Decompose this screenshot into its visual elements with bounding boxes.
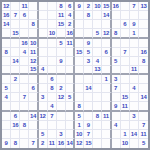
cell-r14c3[interactable]: 8 [20,121,29,130]
cell-r12c15[interactable] [130,102,139,111]
cell-r16c3[interactable] [20,139,29,148]
cell-r12c1[interactable] [2,102,11,111]
cell-r3c4[interactable]: 8 [29,20,38,29]
cell-r7c5[interactable] [39,57,48,66]
cell-r3c10[interactable] [84,20,93,29]
cell-r5c5[interactable] [39,39,48,48]
cell-r4c5[interactable] [39,29,48,38]
cell-r14c10[interactable]: 9 [84,121,93,130]
cell-r13c8[interactable] [66,112,75,121]
cell-r1c9[interactable]: 9 [75,2,84,11]
cell-r2c5[interactable] [39,11,48,20]
cell-r14c9[interactable]: 1 [75,121,84,130]
cell-r8c7[interactable] [57,66,66,75]
cell-r8c15[interactable]: 11 [130,66,139,75]
cell-r5c14[interactable] [121,39,130,48]
cell-r8c11[interactable]: 13 [93,66,102,75]
cell-r15c5[interactable]: 5 [39,130,48,139]
cell-r12c3[interactable] [20,102,29,111]
cell-r8c2[interactable] [11,66,20,75]
cell-r16c2[interactable]: 8 [11,139,20,148]
cell-r3c12[interactable] [102,20,111,29]
cell-r4c13[interactable]: 8 [112,29,121,38]
cell-r7c10[interactable]: 3 [84,57,93,66]
cell-r11c7[interactable]: 12 [57,93,66,102]
cell-r3c13[interactable] [112,20,121,29]
cell-r2c6[interactable] [48,11,57,20]
cell-r1c7[interactable]: 8 [57,2,66,11]
cell-r5c1[interactable] [2,39,11,48]
cell-r10c1[interactable]: 5 [2,84,11,93]
cell-r3c1[interactable]: 14 [2,20,11,29]
cell-r12c11[interactable] [93,102,102,111]
cell-r7c15[interactable] [130,57,139,66]
cell-r9c5[interactable] [39,75,48,84]
cell-r1c13[interactable]: 16 [112,2,121,11]
cell-r9c2[interactable]: 2 [11,75,20,84]
cell-r11c10[interactable] [84,93,93,102]
cell-r9c6[interactable]: 6 [48,75,57,84]
cell-r9c16[interactable] [139,75,148,84]
cell-r9c4[interactable] [29,75,38,84]
cell-r7c13[interactable]: 5 [112,57,121,66]
cell-r16c12[interactable] [102,139,111,148]
cell-r12c16[interactable] [139,102,148,111]
cell-r14c6[interactable] [48,121,57,130]
cell-r8c13[interactable] [112,66,121,75]
cell-r5c11[interactable] [93,39,102,48]
cell-r9c9[interactable] [75,75,84,84]
cell-r5c13[interactable] [112,39,121,48]
cell-r7c6[interactable] [48,57,57,66]
cell-r10c4[interactable]: 6 [29,84,38,93]
cell-r2c15[interactable] [130,11,139,20]
cell-r1c4[interactable] [29,2,38,11]
cell-r3c14[interactable]: 6 [121,20,130,29]
cell-r8c3[interactable] [20,66,29,75]
cell-r14c15[interactable] [130,121,139,130]
cell-r4c4[interactable] [29,29,38,38]
cell-r15c14[interactable]: 1 [121,130,130,139]
cell-r15c11[interactable] [93,130,102,139]
cell-r12c7[interactable] [57,102,66,111]
cell-r11c9[interactable] [75,93,84,102]
cell-r16c14[interactable]: 10 [121,139,130,148]
cell-r11c5[interactable]: 3 [39,93,48,102]
cell-r3c5[interactable] [39,20,48,29]
cell-r7c14[interactable] [121,57,130,66]
cell-r15c6[interactable] [48,130,57,139]
cell-r16c1[interactable]: 9 [2,139,11,148]
cell-r7c7[interactable]: 9 [57,57,66,66]
cell-r14c16[interactable]: 7 [139,121,148,130]
cell-r11c2[interactable] [11,93,20,102]
cell-r14c11[interactable] [93,121,102,130]
cell-r2c1[interactable]: 16 [2,11,11,20]
cell-r6c4[interactable]: 11 [29,48,38,57]
cell-r1c11[interactable]: 10 [93,2,102,11]
cell-r10c15[interactable]: 4 [130,84,139,93]
cell-r4c16[interactable] [139,29,148,38]
cell-r14c1[interactable] [2,121,11,130]
cell-r4c6[interactable]: 10 [48,29,57,38]
cell-r6c14[interactable]: 7 [121,48,130,57]
cell-r1c14[interactable] [121,2,130,11]
cell-r3c2[interactable] [11,20,20,29]
cell-r2c2[interactable]: 7 [11,11,20,20]
cell-r6c10[interactable]: 5 [84,48,93,57]
cell-r9c12[interactable]: 1 [102,75,111,84]
cell-r8c16[interactable] [139,66,148,75]
cell-r6c9[interactable]: 15 [75,48,84,57]
cell-r16c15[interactable] [130,139,139,148]
cell-r10c8[interactable] [66,84,75,93]
cell-r13c3[interactable] [20,112,29,121]
cell-r11c1[interactable]: 4 [2,93,11,102]
cell-r2c3[interactable]: 6 [20,11,29,20]
cell-r7c3[interactable] [20,57,29,66]
cell-r12c6[interactable]: 4 [48,102,57,111]
cell-r10c16[interactable] [139,84,148,93]
cell-r12c8[interactable] [66,102,75,111]
cell-r11c8[interactable]: 5 [66,93,75,102]
cell-r2c9[interactable] [75,11,84,20]
cell-r4c3[interactable] [20,29,29,38]
cell-r10c10[interactable]: 14 [84,84,93,93]
cell-r11c15[interactable] [130,93,139,102]
cell-r11c16[interactable]: 14 [139,93,148,102]
cell-r3c15[interactable]: 9 [130,20,139,29]
cell-r13c7[interactable] [57,112,66,121]
cell-r1c16[interactable]: 13 [139,2,148,11]
cell-r4c9[interactable] [75,29,84,38]
cell-r5c4[interactable]: 10 [29,39,38,48]
cell-r10c14[interactable] [121,84,130,93]
cell-r16c11[interactable] [93,139,102,148]
cell-r13c12[interactable]: 11 [102,112,111,121]
cell-r9c11[interactable] [93,75,102,84]
cell-r3c11[interactable] [93,20,102,29]
cell-r1c8[interactable]: 6 [66,2,75,11]
cell-r14c4[interactable] [29,121,38,130]
cell-r4c8[interactable]: 16 [66,29,75,38]
cell-r6c11[interactable] [93,48,102,57]
cell-r5c12[interactable] [102,39,111,48]
cell-r2c12[interactable]: 14 [102,11,111,20]
cell-r11c14[interactable]: 15 [121,93,130,102]
cell-r14c7[interactable] [57,121,66,130]
cell-r5c7[interactable]: 5 [57,39,66,48]
cell-r13c2[interactable]: 6 [11,112,20,121]
cell-r10c7[interactable]: 2 [57,84,66,93]
cell-r12c4[interactable] [29,102,38,111]
cell-r11c12[interactable] [102,93,111,102]
cell-r6c1[interactable]: 8 [2,48,11,57]
cell-r2c14[interactable] [121,11,130,20]
cell-r14c5[interactable] [39,121,48,130]
cell-r6c15[interactable] [130,48,139,57]
cell-r14c13[interactable]: 4 [112,121,121,130]
cell-r16c7[interactable]: 16 [57,139,66,148]
cell-r13c6[interactable]: 7 [48,112,57,121]
cell-r9c15[interactable] [130,75,139,84]
cell-r15c8[interactable] [66,130,75,139]
cell-r6c6[interactable] [48,48,57,57]
cell-r7c11[interactable]: 4 [93,57,102,66]
cell-r13c14[interactable] [121,112,130,121]
cell-r12c10[interactable] [84,102,93,111]
cell-r15c4[interactable] [29,130,38,139]
cell-r7c16[interactable]: 8 [139,57,148,66]
cell-r1c12[interactable]: 15 [102,2,111,11]
cell-r8c8[interactable] [66,66,75,75]
cell-r13c15[interactable]: 3 [130,112,139,121]
cell-r2c4[interactable] [29,11,38,20]
cell-r14c14[interactable] [121,121,130,130]
cell-r15c16[interactable]: 11 [139,130,148,139]
cell-r16c9[interactable]: 12 [75,139,84,148]
cell-r4c1[interactable] [2,29,11,38]
cell-r14c2[interactable]: 16 [11,121,20,130]
cell-r15c7[interactable]: 3 [57,130,66,139]
cell-r11c6[interactable] [48,93,57,102]
cell-r2c11[interactable] [93,11,102,20]
cell-r15c15[interactable]: 14 [130,130,139,139]
cell-r6c2[interactable] [11,48,20,57]
cell-r10c2[interactable] [11,84,20,93]
cell-r12c14[interactable]: 11 [121,102,130,111]
cell-r10c5[interactable] [39,84,48,93]
cell-r4c15[interactable]: 1 [130,29,139,38]
cell-r8c4[interactable]: 15 [29,66,38,75]
cell-r6c3[interactable]: 4 [20,48,29,57]
cell-r12c13[interactable]: 9 [112,102,121,111]
cell-r12c9[interactable]: 8 [75,102,84,111]
cell-r10c6[interactable]: 8 [48,84,57,93]
cell-r8c9[interactable] [75,66,84,75]
cell-r15c9[interactable]: 10 [75,130,84,139]
cell-r13c5[interactable]: 12 [39,112,48,121]
cell-r13c13[interactable] [112,112,121,121]
cell-r15c10[interactable]: 7 [84,130,93,139]
cell-r9c13[interactable]: 3 [112,75,121,84]
cell-r9c7[interactable] [57,75,66,84]
cell-r4c2[interactable]: 15 [11,29,20,38]
cell-r10c9[interactable] [75,84,84,93]
cell-r5c15[interactable] [130,39,139,48]
cell-r3c3[interactable] [20,20,29,29]
cell-r9c10[interactable] [84,75,93,84]
cell-r8c5[interactable]: 4 [39,66,48,75]
cell-r15c3[interactable] [20,130,29,139]
cell-r4c11[interactable]: 5 [93,29,102,38]
cell-r5c9[interactable] [75,39,84,48]
cell-r5c2[interactable] [11,39,20,48]
cell-r15c1[interactable] [2,130,11,139]
cell-r12c12[interactable] [102,102,111,111]
cell-r15c12[interactable] [102,130,111,139]
cell-r3c7[interactable]: 15 [57,20,66,29]
cell-r2c16[interactable] [139,11,148,20]
cell-r4c7[interactable] [57,29,66,38]
cell-r16c13[interactable] [112,139,121,148]
cell-r3c9[interactable] [75,20,84,29]
cell-r1c3[interactable]: 11 [20,2,29,11]
cell-r2c7[interactable]: 11 [57,11,66,20]
cell-r7c1[interactable] [2,57,11,66]
cell-r7c2[interactable]: 14 [11,57,20,66]
cell-r7c12[interactable] [102,57,111,66]
cell-r2c13[interactable] [112,11,121,20]
cell-r9c3[interactable] [20,75,29,84]
cell-r3c6[interactable] [48,20,57,29]
cell-r4c14[interactable] [121,29,130,38]
cell-r1c6[interactable] [48,2,57,11]
cell-r9c14[interactable] [121,75,130,84]
cell-r16c10[interactable]: 15 [84,139,93,148]
cell-r7c8[interactable] [66,57,75,66]
cell-r13c1[interactable] [2,112,11,121]
cell-r10c12[interactable] [102,84,111,93]
cell-r16c6[interactable]: 11 [48,139,57,148]
cell-r2c8[interactable]: 4 [66,11,75,20]
cell-r13c11[interactable]: 8 [93,112,102,121]
cell-r7c4[interactable]: 12 [29,57,38,66]
cell-r4c12[interactable]: 12 [102,29,111,38]
cell-r11c3[interactable]: 7 [20,93,29,102]
cell-r16c5[interactable]: 2 [39,139,48,148]
cell-r6c5[interactable] [39,48,48,57]
cell-r13c16[interactable] [139,112,148,121]
cell-r14c8[interactable] [66,121,75,130]
cell-r11c11[interactable] [93,93,102,102]
cell-r8c6[interactable] [48,66,57,75]
cell-r7c9[interactable] [75,57,84,66]
cell-r10c11[interactable] [93,84,102,93]
cell-r6c7[interactable] [57,48,66,57]
cell-r3c16[interactable] [139,20,148,29]
cell-r2c10[interactable]: 8 [84,11,93,20]
cell-r15c2[interactable] [11,130,20,139]
cell-r6c16[interactable]: 16 [139,48,148,57]
cell-r10c3[interactable] [20,84,29,93]
cell-r9c1[interactable] [2,75,11,84]
cell-r5c3[interactable]: 16 [20,39,29,48]
cell-r12c5[interactable] [39,102,48,111]
cell-r6c12[interactable]: 6 [102,48,111,57]
cell-r1c15[interactable]: 7 [130,2,139,11]
cell-r6c8[interactable] [66,48,75,57]
cell-r1c10[interactable]: 2 [84,2,93,11]
cell-r16c16[interactable]: 5 [139,139,148,148]
cell-r8c1[interactable] [2,66,11,75]
cell-r13c10[interactable] [84,112,93,121]
cell-r11c4[interactable] [29,93,38,102]
cell-r10c13[interactable]: 7 [112,84,121,93]
sudoku-board: 1211869210151671316761148141481526915101… [0,0,150,150]
cell-r4c10[interactable] [84,29,93,38]
cell-r8c10[interactable] [84,66,93,75]
cell-r6c13[interactable] [112,48,121,57]
cell-r5c6[interactable] [48,39,57,48]
cell-r12c2[interactable] [11,102,20,111]
cell-r15c13[interactable] [112,130,121,139]
cell-r1c1[interactable]: 12 [2,2,11,11]
cell-r5c10[interactable]: 9 [84,39,93,48]
cell-r13c9[interactable]: 5 [75,112,84,121]
cell-r13c4[interactable]: 14 [29,112,38,121]
cell-r3c8[interactable]: 2 [66,20,75,29]
cell-r5c8[interactable]: 11 [66,39,75,48]
cell-r5c16[interactable] [139,39,148,48]
cell-r9c8[interactable] [66,75,75,84]
cell-r14c12[interactable] [102,121,111,130]
cell-r1c5[interactable] [39,2,48,11]
cell-r16c8[interactable]: 14 [66,139,75,148]
cell-r11c13[interactable] [112,93,121,102]
cell-r1c2[interactable] [11,2,20,11]
cell-r8c14[interactable] [121,66,130,75]
cell-r8c12[interactable] [102,66,111,75]
cell-r16c4[interactable]: 7 [29,139,38,148]
